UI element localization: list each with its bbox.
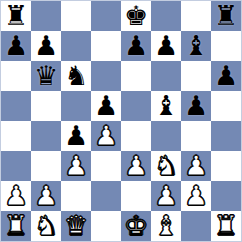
piece-white-king[interactable]: ♚: [124, 211, 148, 241]
square-f5[interactable]: ♝: [151, 91, 181, 121]
square-a4[interactable]: [1, 121, 31, 151]
square-d7[interactable]: [91, 31, 121, 61]
square-c3[interactable]: ♟: [61, 151, 91, 181]
piece-black-pawn[interactable]: ♟: [184, 91, 208, 121]
square-h7[interactable]: [211, 31, 241, 61]
square-d4[interactable]: ♟: [91, 121, 121, 151]
square-h1[interactable]: ♜: [211, 211, 241, 241]
square-d1[interactable]: [91, 211, 121, 241]
square-f8[interactable]: [151, 1, 181, 31]
square-g1[interactable]: [181, 211, 211, 241]
square-b2[interactable]: ♟: [31, 181, 61, 211]
piece-black-king[interactable]: ♚: [124, 1, 148, 31]
square-b8[interactable]: [31, 1, 61, 31]
piece-white-rook[interactable]: ♜: [214, 211, 238, 241]
piece-white-knight[interactable]: ♞: [34, 211, 58, 241]
square-a2[interactable]: ♟: [1, 181, 31, 211]
square-b6[interactable]: ♛: [31, 61, 61, 91]
square-e6[interactable]: [121, 61, 151, 91]
square-d2[interactable]: [91, 181, 121, 211]
square-d8[interactable]: [91, 1, 121, 31]
square-h4[interactable]: [211, 121, 241, 151]
square-d6[interactable]: [91, 61, 121, 91]
square-e1[interactable]: ♚: [121, 211, 151, 241]
square-d5[interactable]: ♟: [91, 91, 121, 121]
piece-black-pawn[interactable]: ♟: [64, 121, 88, 151]
square-g5[interactable]: ♟: [181, 91, 211, 121]
square-g8[interactable]: [181, 1, 211, 31]
piece-black-bishop[interactable]: ♝: [184, 31, 208, 61]
square-a8[interactable]: ♜: [1, 1, 31, 31]
square-a5[interactable]: [1, 91, 31, 121]
square-c2[interactable]: [61, 181, 91, 211]
square-c1[interactable]: ♛: [61, 211, 91, 241]
square-g6[interactable]: [181, 61, 211, 91]
square-h2[interactable]: [211, 181, 241, 211]
piece-black-pawn[interactable]: ♟: [4, 31, 28, 61]
piece-black-pawn[interactable]: ♟: [214, 61, 238, 91]
piece-white-pawn[interactable]: ♟: [154, 181, 178, 211]
piece-white-bishop[interactable]: ♝: [154, 211, 178, 241]
piece-black-pawn[interactable]: ♟: [124, 31, 148, 61]
square-e4[interactable]: [121, 121, 151, 151]
square-h8[interactable]: ♜: [211, 1, 241, 31]
square-f4[interactable]: [151, 121, 181, 151]
square-f1[interactable]: ♝: [151, 211, 181, 241]
square-c7[interactable]: [61, 31, 91, 61]
square-a3[interactable]: [1, 151, 31, 181]
square-e3[interactable]: ♟: [121, 151, 151, 181]
piece-black-rook[interactable]: ♜: [4, 1, 28, 31]
square-g7[interactable]: ♝: [181, 31, 211, 61]
piece-black-pawn[interactable]: ♟: [94, 91, 118, 121]
piece-black-pawn[interactable]: ♟: [154, 31, 178, 61]
square-g3[interactable]: ♟: [181, 151, 211, 181]
piece-white-rook[interactable]: ♜: [4, 211, 28, 241]
square-c8[interactable]: [61, 1, 91, 31]
piece-white-pawn[interactable]: ♟: [4, 181, 28, 211]
square-b7[interactable]: ♟: [31, 31, 61, 61]
square-a7[interactable]: ♟: [1, 31, 31, 61]
square-b5[interactable]: [31, 91, 61, 121]
piece-white-pawn[interactable]: ♟: [94, 121, 118, 151]
piece-white-pawn[interactable]: ♟: [34, 181, 58, 211]
piece-black-rook[interactable]: ♜: [214, 1, 238, 31]
piece-white-pawn[interactable]: ♟: [124, 151, 148, 181]
piece-white-knight[interactable]: ♞: [154, 151, 178, 181]
square-f3[interactable]: ♞: [151, 151, 181, 181]
square-a1[interactable]: ♜: [1, 211, 31, 241]
square-e7[interactable]: ♟: [121, 31, 151, 61]
piece-white-queen[interactable]: ♛: [64, 211, 88, 241]
square-h3[interactable]: [211, 151, 241, 181]
square-f2[interactable]: ♟: [151, 181, 181, 211]
square-e2[interactable]: [121, 181, 151, 211]
piece-black-bishop[interactable]: ♝: [154, 91, 178, 121]
piece-white-pawn[interactable]: ♟: [64, 151, 88, 181]
square-g2[interactable]: ♟: [181, 181, 211, 211]
piece-black-queen[interactable]: ♛: [34, 61, 58, 91]
square-e8[interactable]: ♚: [121, 1, 151, 31]
square-a6[interactable]: [1, 61, 31, 91]
chess-board: ♜♚♜♟♟♟♟♝♛♞♟♟♝♟♟♟♟♟♞♟♟♟♟♟♜♞♛♚♝♜: [0, 0, 242, 242]
square-c5[interactable]: [61, 91, 91, 121]
piece-white-pawn[interactable]: ♟: [184, 151, 208, 181]
square-h6[interactable]: ♟: [211, 61, 241, 91]
square-f6[interactable]: [151, 61, 181, 91]
square-c6[interactable]: ♞: [61, 61, 91, 91]
piece-black-pawn[interactable]: ♟: [34, 31, 58, 61]
piece-black-knight[interactable]: ♞: [64, 61, 88, 91]
square-d3[interactable]: [91, 151, 121, 181]
piece-white-pawn[interactable]: ♟: [184, 181, 208, 211]
square-b3[interactable]: [31, 151, 61, 181]
square-c4[interactable]: ♟: [61, 121, 91, 151]
square-e5[interactable]: [121, 91, 151, 121]
square-g4[interactable]: [181, 121, 211, 151]
square-f7[interactable]: ♟: [151, 31, 181, 61]
square-b1[interactable]: ♞: [31, 211, 61, 241]
square-b4[interactable]: [31, 121, 61, 151]
square-h5[interactable]: [211, 91, 241, 121]
